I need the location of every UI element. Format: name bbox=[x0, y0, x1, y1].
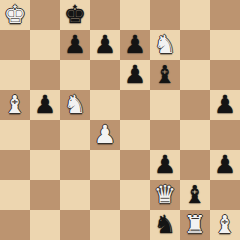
chess-board: ♚♚♟♟♟♞♟♝♝♟♞♟♟♟♟♛♝♞♜♝ bbox=[0, 0, 240, 240]
square-d8[interactable] bbox=[90, 0, 120, 30]
square-d3[interactable] bbox=[90, 150, 120, 180]
square-a1[interactable] bbox=[0, 210, 30, 240]
square-a2[interactable] bbox=[0, 180, 30, 210]
black-knight[interactable]: ♞ bbox=[154, 210, 176, 240]
square-c4[interactable] bbox=[60, 120, 90, 150]
square-d6[interactable] bbox=[90, 60, 120, 90]
square-f7[interactable]: ♞ bbox=[150, 30, 180, 60]
square-f6[interactable]: ♝ bbox=[150, 60, 180, 90]
square-f8[interactable] bbox=[150, 0, 180, 30]
white-king[interactable]: ♚ bbox=[4, 0, 26, 30]
square-a4[interactable] bbox=[0, 120, 30, 150]
square-e8[interactable] bbox=[120, 0, 150, 30]
square-f1[interactable]: ♞ bbox=[150, 210, 180, 240]
square-e4[interactable] bbox=[120, 120, 150, 150]
square-c1[interactable] bbox=[60, 210, 90, 240]
square-a5[interactable]: ♝ bbox=[0, 90, 30, 120]
black-pawn[interactable]: ♟ bbox=[214, 90, 236, 120]
black-king[interactable]: ♚ bbox=[64, 0, 86, 30]
square-e3[interactable] bbox=[120, 150, 150, 180]
square-a7[interactable] bbox=[0, 30, 30, 60]
white-knight[interactable]: ♞ bbox=[64, 90, 86, 120]
black-bishop[interactable]: ♝ bbox=[184, 180, 206, 210]
square-a8[interactable]: ♚ bbox=[0, 0, 30, 30]
square-g5[interactable] bbox=[180, 90, 210, 120]
square-h3[interactable]: ♟ bbox=[210, 150, 240, 180]
square-c5[interactable]: ♞ bbox=[60, 90, 90, 120]
black-pawn[interactable]: ♟ bbox=[124, 60, 146, 90]
square-c3[interactable] bbox=[60, 150, 90, 180]
square-b6[interactable] bbox=[30, 60, 60, 90]
black-pawn[interactable]: ♟ bbox=[34, 90, 56, 120]
square-c2[interactable] bbox=[60, 180, 90, 210]
square-b7[interactable] bbox=[30, 30, 60, 60]
black-pawn[interactable]: ♟ bbox=[154, 150, 176, 180]
square-g8[interactable] bbox=[180, 0, 210, 30]
black-pawn[interactable]: ♟ bbox=[94, 30, 116, 60]
square-b5[interactable]: ♟ bbox=[30, 90, 60, 120]
square-d1[interactable] bbox=[90, 210, 120, 240]
black-pawn[interactable]: ♟ bbox=[214, 150, 236, 180]
black-bishop[interactable]: ♝ bbox=[154, 60, 176, 90]
white-bishop[interactable]: ♝ bbox=[214, 210, 236, 240]
square-g3[interactable] bbox=[180, 150, 210, 180]
square-b1[interactable] bbox=[30, 210, 60, 240]
square-g7[interactable] bbox=[180, 30, 210, 60]
white-pawn[interactable]: ♟ bbox=[94, 120, 116, 150]
square-a3[interactable] bbox=[0, 150, 30, 180]
black-pawn[interactable]: ♟ bbox=[124, 30, 146, 60]
square-g6[interactable] bbox=[180, 60, 210, 90]
square-b8[interactable] bbox=[30, 0, 60, 30]
square-e2[interactable] bbox=[120, 180, 150, 210]
square-d7[interactable]: ♟ bbox=[90, 30, 120, 60]
square-f2[interactable]: ♛ bbox=[150, 180, 180, 210]
square-h2[interactable] bbox=[210, 180, 240, 210]
square-f5[interactable] bbox=[150, 90, 180, 120]
square-e6[interactable]: ♟ bbox=[120, 60, 150, 90]
square-d5[interactable] bbox=[90, 90, 120, 120]
square-g1[interactable]: ♜ bbox=[180, 210, 210, 240]
square-h8[interactable] bbox=[210, 0, 240, 30]
white-rook[interactable]: ♜ bbox=[184, 210, 206, 240]
white-queen[interactable]: ♛ bbox=[154, 180, 176, 210]
square-g4[interactable] bbox=[180, 120, 210, 150]
square-h5[interactable]: ♟ bbox=[210, 90, 240, 120]
square-c7[interactable]: ♟ bbox=[60, 30, 90, 60]
square-f4[interactable] bbox=[150, 120, 180, 150]
square-c8[interactable]: ♚ bbox=[60, 0, 90, 30]
square-h1[interactable]: ♝ bbox=[210, 210, 240, 240]
square-h4[interactable] bbox=[210, 120, 240, 150]
white-knight[interactable]: ♞ bbox=[154, 30, 176, 60]
black-pawn[interactable]: ♟ bbox=[64, 30, 86, 60]
square-d2[interactable] bbox=[90, 180, 120, 210]
square-h7[interactable] bbox=[210, 30, 240, 60]
square-f3[interactable]: ♟ bbox=[150, 150, 180, 180]
square-b2[interactable] bbox=[30, 180, 60, 210]
square-c6[interactable] bbox=[60, 60, 90, 90]
square-g2[interactable]: ♝ bbox=[180, 180, 210, 210]
square-e5[interactable] bbox=[120, 90, 150, 120]
square-e7[interactable]: ♟ bbox=[120, 30, 150, 60]
square-b4[interactable] bbox=[30, 120, 60, 150]
square-d4[interactable]: ♟ bbox=[90, 120, 120, 150]
square-h6[interactable] bbox=[210, 60, 240, 90]
white-bishop[interactable]: ♝ bbox=[4, 90, 26, 120]
square-a6[interactable] bbox=[0, 60, 30, 90]
square-b3[interactable] bbox=[30, 150, 60, 180]
square-e1[interactable] bbox=[120, 210, 150, 240]
